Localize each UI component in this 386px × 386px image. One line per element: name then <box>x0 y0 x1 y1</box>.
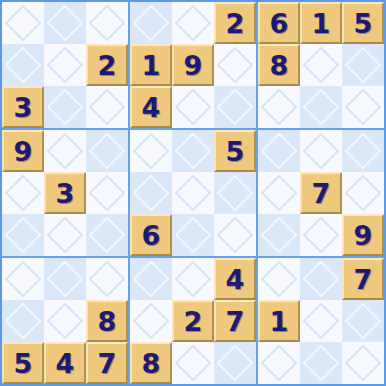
empty-cell-r4c5[interactable] <box>172 130 214 172</box>
empty-cell-r3c6[interactable] <box>214 86 256 128</box>
given-cell-r9c4: 8 <box>130 342 172 384</box>
empty-cell-r1c2[interactable] <box>44 2 86 44</box>
given-cell-r2c7: 8 <box>258 44 300 86</box>
empty-cell-r2c9[interactable] <box>342 44 384 86</box>
empty-cell-r4c2[interactable] <box>44 130 86 172</box>
empty-cell-r7c5[interactable] <box>172 258 214 300</box>
given-cell-r9c3: 7 <box>86 342 128 384</box>
given-cell-r5c2: 3 <box>44 172 86 214</box>
empty-cell-r9c8[interactable] <box>300 342 342 384</box>
empty-cell-r5c9[interactable] <box>342 172 384 214</box>
empty-cell-r7c7[interactable] <box>258 258 300 300</box>
empty-cell-r3c7[interactable] <box>258 86 300 128</box>
given-cell-r9c2: 4 <box>44 342 86 384</box>
given-cell-r1c9: 5 <box>342 2 384 44</box>
given-cell-r8c6: 7 <box>214 300 256 342</box>
empty-cell-r8c9[interactable] <box>342 300 384 342</box>
empty-cell-r3c8[interactable] <box>300 86 342 128</box>
empty-cell-r5c3[interactable] <box>86 172 128 214</box>
empty-cell-r8c4[interactable] <box>130 300 172 342</box>
given-cell-r9c1: 5 <box>2 342 44 384</box>
empty-cell-r1c5[interactable] <box>172 2 214 44</box>
empty-cell-r5c1[interactable] <box>2 172 44 214</box>
given-cell-r4c1: 9 <box>2 130 44 172</box>
given-cell-r8c7: 1 <box>258 300 300 342</box>
empty-cell-r5c6[interactable] <box>214 172 256 214</box>
empty-cell-r7c3[interactable] <box>86 258 128 300</box>
empty-cell-r7c4[interactable] <box>130 258 172 300</box>
empty-cell-r6c3[interactable] <box>86 214 128 256</box>
given-cell-r1c6: 2 <box>214 2 256 44</box>
empty-cell-r4c4[interactable] <box>130 130 172 172</box>
empty-cell-r6c2[interactable] <box>44 214 86 256</box>
given-cell-r8c5: 2 <box>172 300 214 342</box>
given-cell-r2c3: 2 <box>86 44 128 86</box>
empty-cell-r9c6[interactable] <box>214 342 256 384</box>
empty-cell-r1c3[interactable] <box>86 2 128 44</box>
given-cell-r3c4: 4 <box>130 86 172 128</box>
empty-cell-r6c8[interactable] <box>300 214 342 256</box>
empty-cell-r6c6[interactable] <box>214 214 256 256</box>
empty-cell-r3c9[interactable] <box>342 86 384 128</box>
empty-cell-r9c5[interactable] <box>172 342 214 384</box>
empty-cell-r2c6[interactable] <box>214 44 256 86</box>
empty-cell-r9c7[interactable] <box>258 342 300 384</box>
given-cell-r7c9: 7 <box>342 258 384 300</box>
empty-cell-r7c8[interactable] <box>300 258 342 300</box>
empty-cell-r4c7[interactable] <box>258 130 300 172</box>
empty-cell-r2c8[interactable] <box>300 44 342 86</box>
given-cell-r1c7: 6 <box>258 2 300 44</box>
given-cell-r6c9: 9 <box>342 214 384 256</box>
empty-cell-r6c7[interactable] <box>258 214 300 256</box>
empty-cell-r7c1[interactable] <box>2 258 44 300</box>
empty-cell-r9c9[interactable] <box>342 342 384 384</box>
sudoku-board: 26152198349537694782715478 <box>0 0 386 386</box>
empty-cell-r4c9[interactable] <box>342 130 384 172</box>
given-cell-r5c8: 7 <box>300 172 342 214</box>
empty-cell-r4c8[interactable] <box>300 130 342 172</box>
empty-cell-r5c4[interactable] <box>130 172 172 214</box>
empty-cell-r6c5[interactable] <box>172 214 214 256</box>
given-cell-r8c3: 8 <box>86 300 128 342</box>
empty-cell-r2c2[interactable] <box>44 44 86 86</box>
given-cell-r2c5: 9 <box>172 44 214 86</box>
given-cell-r7c6: 4 <box>214 258 256 300</box>
given-cell-r3c1: 3 <box>2 86 44 128</box>
empty-cell-r3c2[interactable] <box>44 86 86 128</box>
empty-cell-r5c7[interactable] <box>258 172 300 214</box>
given-cell-r1c8: 1 <box>300 2 342 44</box>
given-cell-r2c4: 1 <box>130 44 172 86</box>
empty-cell-r5c5[interactable] <box>172 172 214 214</box>
empty-cell-r1c1[interactable] <box>2 2 44 44</box>
empty-cell-r8c2[interactable] <box>44 300 86 342</box>
empty-cell-r4c3[interactable] <box>86 130 128 172</box>
empty-cell-r6c1[interactable] <box>2 214 44 256</box>
empty-cell-r3c3[interactable] <box>86 86 128 128</box>
empty-cell-r2c1[interactable] <box>2 44 44 86</box>
empty-cell-r8c1[interactable] <box>2 300 44 342</box>
empty-cell-r7c2[interactable] <box>44 258 86 300</box>
given-cell-r6c4: 6 <box>130 214 172 256</box>
given-cell-r4c6: 5 <box>214 130 256 172</box>
empty-cell-r1c4[interactable] <box>130 2 172 44</box>
empty-cell-r3c5[interactable] <box>172 86 214 128</box>
empty-cell-r8c8[interactable] <box>300 300 342 342</box>
